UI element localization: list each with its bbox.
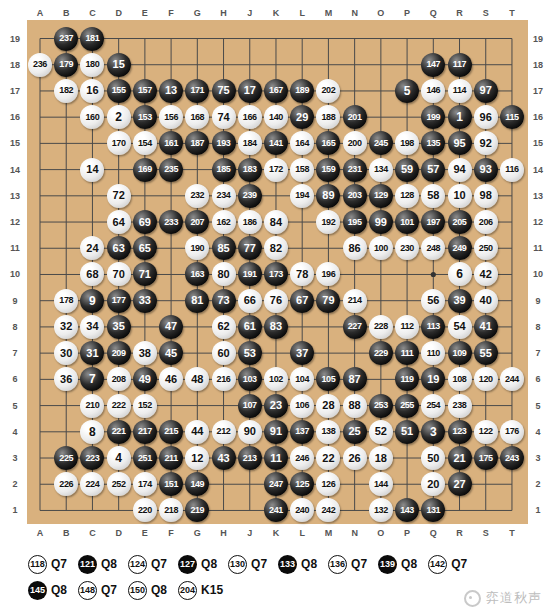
row-label-left-16: 16 bbox=[10, 112, 20, 122]
white-stone-B17: 182 bbox=[54, 79, 78, 103]
go-kifu-diagram: AABBCCDDEEFFGGHHJJKKLLMMNNOOPPQQRRSSTT19… bbox=[0, 0, 550, 615]
row-label-left-2: 2 bbox=[12, 479, 17, 489]
black-stone-J5: 107 bbox=[238, 394, 262, 418]
white-stone-G4: 44 bbox=[185, 420, 209, 444]
black-stone-R11: 249 bbox=[448, 236, 472, 260]
col-label-bottom-G: G bbox=[194, 528, 201, 538]
move-coordinate-204: K15 bbox=[201, 583, 223, 597]
black-stone-B19: 237 bbox=[54, 27, 78, 51]
black-stone-O7: 229 bbox=[369, 341, 393, 365]
col-label-bottom-O: O bbox=[377, 528, 384, 538]
black-stone-D9: 177 bbox=[107, 289, 131, 313]
white-stone-S4: 122 bbox=[474, 420, 498, 444]
row-label-left-6: 6 bbox=[12, 374, 17, 384]
white-stone-D6: 208 bbox=[107, 367, 131, 391]
black-stone-H17: 75 bbox=[212, 79, 236, 103]
row-label-right-10: 10 bbox=[533, 269, 543, 279]
white-stone-A18: 236 bbox=[28, 53, 52, 77]
black-stone-J17: 17 bbox=[238, 79, 262, 103]
white-stone-J12: 186 bbox=[238, 210, 262, 234]
white-stone-J4: 90 bbox=[238, 420, 262, 444]
row-label-left-7: 7 bbox=[12, 348, 17, 358]
white-stone-C5: 210 bbox=[80, 394, 104, 418]
move-coordinate-127: Q8 bbox=[201, 557, 217, 571]
col-label-top-G: G bbox=[194, 8, 201, 18]
col-label-bottom-F: F bbox=[168, 528, 174, 538]
black-stone-N16: 201 bbox=[343, 105, 367, 129]
col-label-bottom-P: P bbox=[404, 528, 410, 538]
white-stone-O2: 144 bbox=[369, 472, 393, 496]
white-stone-H4: 212 bbox=[212, 420, 236, 444]
black-stone-N8: 227 bbox=[343, 315, 367, 339]
row-label-right-15: 15 bbox=[533, 138, 543, 148]
black-stone-E11: 65 bbox=[133, 236, 157, 260]
row-label-right-9: 9 bbox=[535, 296, 540, 306]
white-stone-N9: 214 bbox=[343, 289, 367, 313]
black-stone-N13: 203 bbox=[343, 184, 367, 208]
col-label-bottom-N: N bbox=[351, 528, 358, 538]
row-label-left-3: 3 bbox=[12, 453, 17, 463]
caption-line-1: 118Q7121Q8124Q7127Q8130Q7133Q8136Q7139Q8… bbox=[28, 551, 543, 577]
black-stone-P12: 101 bbox=[395, 210, 419, 234]
white-stone-K9: 76 bbox=[264, 289, 288, 313]
black-stone-B18: 179 bbox=[54, 53, 78, 77]
col-label-top-M: M bbox=[325, 8, 333, 18]
white-stone-N15: 200 bbox=[343, 131, 367, 155]
black-stone-Q14: 57 bbox=[421, 158, 445, 182]
white-stone-S15: 92 bbox=[474, 131, 498, 155]
black-stone-E17: 157 bbox=[133, 79, 157, 103]
black-stone-E16: 153 bbox=[133, 105, 157, 129]
black-stone-D8: 35 bbox=[107, 315, 131, 339]
black-stone-Q18: 147 bbox=[421, 53, 445, 77]
white-stone-S16: 96 bbox=[474, 105, 498, 129]
row-label-right-7: 7 bbox=[535, 348, 540, 358]
watermark-logo-icon bbox=[464, 590, 481, 607]
black-stone-D7: 209 bbox=[107, 341, 131, 365]
col-label-bottom-C: C bbox=[89, 528, 96, 538]
col-label-bottom-B: B bbox=[63, 528, 70, 538]
black-stone-K8: 83 bbox=[264, 315, 288, 339]
col-label-top-A: A bbox=[37, 8, 44, 18]
row-label-right-6: 6 bbox=[535, 374, 540, 384]
row-label-right-5: 5 bbox=[535, 401, 540, 411]
col-label-top-E: E bbox=[142, 8, 148, 18]
move-badge-139: 139 bbox=[378, 555, 397, 574]
move-badge-124: 124 bbox=[128, 555, 147, 574]
row-label-right-2: 2 bbox=[535, 479, 540, 489]
col-label-top-Q: Q bbox=[430, 8, 437, 18]
white-stone-D12: 64 bbox=[107, 210, 131, 234]
white-stone-G13: 232 bbox=[185, 184, 209, 208]
black-stone-J3: 213 bbox=[238, 446, 262, 470]
white-stone-D10: 70 bbox=[107, 262, 131, 286]
black-stone-J8: 61 bbox=[238, 315, 262, 339]
white-stone-Q5: 254 bbox=[421, 394, 445, 418]
white-stone-D2: 252 bbox=[107, 472, 131, 496]
move-badge-118: 118 bbox=[28, 555, 47, 574]
black-stone-P14: 59 bbox=[395, 158, 419, 182]
row-label-left-19: 19 bbox=[10, 34, 20, 44]
white-stone-R10: 6 bbox=[448, 262, 472, 286]
white-stone-S12: 206 bbox=[474, 210, 498, 234]
white-stone-M5: 28 bbox=[316, 394, 340, 418]
move-coordinate-133: Q8 bbox=[301, 557, 317, 571]
row-label-left-17: 17 bbox=[10, 86, 20, 96]
black-stone-E12: 69 bbox=[133, 210, 157, 234]
black-stone-N6: 87 bbox=[343, 367, 367, 391]
row-label-left-8: 8 bbox=[12, 322, 17, 332]
star-point-Q10 bbox=[431, 272, 436, 277]
col-label-top-H: H bbox=[220, 8, 227, 18]
row-label-left-18: 18 bbox=[10, 60, 20, 70]
black-stone-O13: 129 bbox=[369, 184, 393, 208]
white-stone-E2: 174 bbox=[133, 472, 157, 496]
black-stone-D17: 155 bbox=[107, 79, 131, 103]
white-stone-J9: 66 bbox=[238, 289, 262, 313]
move-coordinate-139: Q8 bbox=[401, 557, 417, 571]
white-stone-H6: 216 bbox=[212, 367, 236, 391]
black-stone-H15: 193 bbox=[212, 131, 236, 155]
row-label-right-19: 19 bbox=[533, 34, 543, 44]
move-coordinate-124: Q7 bbox=[151, 557, 167, 571]
col-label-bottom-D: D bbox=[115, 528, 122, 538]
black-stone-O12: 99 bbox=[369, 210, 393, 234]
black-stone-K17: 167 bbox=[264, 79, 288, 103]
black-stone-Q4: 3 bbox=[421, 420, 445, 444]
white-stone-O11: 100 bbox=[369, 236, 393, 260]
col-label-bottom-A: A bbox=[37, 528, 44, 538]
col-label-bottom-J: J bbox=[247, 528, 252, 538]
black-stone-F17: 13 bbox=[159, 79, 183, 103]
black-stone-D4: 221 bbox=[107, 420, 131, 444]
col-label-bottom-H: H bbox=[220, 528, 227, 538]
white-stone-O4: 52 bbox=[369, 420, 393, 444]
col-label-top-K: K bbox=[273, 8, 280, 18]
white-stone-R14: 94 bbox=[448, 158, 472, 182]
row-label-right-18: 18 bbox=[533, 60, 543, 70]
row-label-right-3: 3 bbox=[535, 453, 540, 463]
black-stone-R3: 21 bbox=[448, 446, 472, 470]
move-coordinate-136: Q7 bbox=[351, 557, 367, 571]
row-label-left-9: 9 bbox=[12, 296, 17, 306]
move-badge-145: 145 bbox=[28, 581, 47, 600]
white-stone-N11: 86 bbox=[343, 236, 367, 260]
row-label-right-8: 8 bbox=[535, 322, 540, 332]
white-stone-D5: 222 bbox=[107, 394, 131, 418]
white-stone-L13: 194 bbox=[290, 184, 314, 208]
move-badge-130: 130 bbox=[228, 555, 247, 574]
white-stone-R5: 238 bbox=[448, 394, 472, 418]
black-stone-E9: 33 bbox=[133, 289, 157, 313]
black-stone-S14: 93 bbox=[474, 158, 498, 182]
row-label-left-13: 13 bbox=[10, 191, 20, 201]
move-coordinate-121: Q8 bbox=[101, 557, 117, 571]
white-stone-S11: 250 bbox=[474, 236, 498, 260]
black-stone-F12: 233 bbox=[159, 210, 183, 234]
row-label-right-4: 4 bbox=[535, 427, 540, 437]
black-stone-J7: 53 bbox=[238, 341, 262, 365]
white-stone-R13: 10 bbox=[448, 184, 472, 208]
white-stone-E7: 38 bbox=[133, 341, 157, 365]
white-stone-B8: 32 bbox=[54, 315, 78, 339]
move-badge-136: 136 bbox=[328, 555, 347, 574]
black-stone-R16: 1 bbox=[448, 105, 472, 129]
white-stone-Q9: 56 bbox=[421, 289, 445, 313]
black-stone-P5: 255 bbox=[395, 394, 419, 418]
black-stone-F4: 215 bbox=[159, 420, 183, 444]
white-stone-B9: 178 bbox=[54, 289, 78, 313]
white-stone-D13: 72 bbox=[107, 184, 131, 208]
col-label-bottom-L: L bbox=[299, 528, 305, 538]
move-badge-127: 127 bbox=[178, 555, 197, 574]
white-stone-P13: 128 bbox=[395, 184, 419, 208]
row-label-left-5: 5 bbox=[12, 401, 17, 411]
col-label-bottom-E: E bbox=[142, 528, 148, 538]
col-label-top-P: P bbox=[404, 8, 410, 18]
white-stone-D3: 4 bbox=[107, 446, 131, 470]
black-stone-F14: 235 bbox=[159, 158, 183, 182]
move-badge-121: 121 bbox=[78, 555, 97, 574]
black-stone-R4: 123 bbox=[448, 420, 472, 444]
black-stone-S17: 97 bbox=[474, 79, 498, 103]
white-stone-K16: 140 bbox=[264, 105, 288, 129]
move-coordinate-145: Q8 bbox=[51, 583, 67, 597]
white-stone-R8: 54 bbox=[448, 315, 472, 339]
black-stone-F3: 211 bbox=[159, 446, 183, 470]
col-label-top-T: T bbox=[509, 8, 515, 18]
white-stone-D15: 170 bbox=[107, 131, 131, 155]
white-stone-Q13: 58 bbox=[421, 184, 445, 208]
white-stone-S9: 40 bbox=[474, 289, 498, 313]
col-label-top-C: C bbox=[89, 8, 96, 18]
col-label-bottom-R: R bbox=[456, 528, 463, 538]
white-stone-O8: 228 bbox=[369, 315, 393, 339]
row-label-right-12: 12 bbox=[533, 217, 543, 227]
black-stone-K3: 11 bbox=[264, 446, 288, 470]
black-stone-K5: 23 bbox=[264, 394, 288, 418]
black-stone-F8: 47 bbox=[159, 315, 183, 339]
row-label-left-1: 1 bbox=[12, 505, 17, 515]
white-stone-P8: 112 bbox=[395, 315, 419, 339]
black-stone-M14: 159 bbox=[316, 158, 340, 182]
black-stone-E14: 169 bbox=[133, 158, 157, 182]
white-stone-E5: 152 bbox=[133, 394, 157, 418]
row-label-right-13: 13 bbox=[533, 191, 543, 201]
col-label-top-L: L bbox=[299, 8, 305, 18]
watermark-text: 弈道秋声 bbox=[486, 589, 542, 607]
black-stone-L4: 137 bbox=[290, 420, 314, 444]
white-stone-J15: 184 bbox=[238, 131, 262, 155]
white-stone-J16: 166 bbox=[238, 105, 262, 129]
move-badge-204: 204 bbox=[178, 581, 197, 600]
black-stone-T16: 115 bbox=[500, 105, 524, 129]
white-stone-O3: 18 bbox=[369, 446, 393, 470]
white-stone-D16: 2 bbox=[107, 105, 131, 129]
col-label-top-J: J bbox=[247, 8, 252, 18]
black-stone-L9: 67 bbox=[290, 289, 314, 313]
move-coordinate-130: Q7 bbox=[251, 557, 267, 571]
move-coordinate-148: Q7 bbox=[101, 583, 117, 597]
row-label-right-11: 11 bbox=[533, 243, 543, 253]
row-label-right-16: 16 bbox=[533, 112, 543, 122]
move-badge-148: 148 bbox=[78, 581, 97, 600]
col-label-top-F: F bbox=[168, 8, 174, 18]
white-stone-R17: 114 bbox=[448, 79, 472, 103]
black-stone-M9: 79 bbox=[316, 289, 340, 313]
black-stone-K4: 91 bbox=[264, 420, 288, 444]
col-label-top-O: O bbox=[377, 8, 384, 18]
white-stone-H13: 234 bbox=[212, 184, 236, 208]
white-stone-H8: 62 bbox=[212, 315, 236, 339]
black-stone-R18: 117 bbox=[448, 53, 472, 77]
row-label-right-1: 1 bbox=[535, 505, 540, 515]
black-stone-H9: 73 bbox=[212, 289, 236, 313]
black-stone-D18: 15 bbox=[107, 53, 131, 77]
row-label-left-12: 12 bbox=[10, 217, 20, 227]
black-stone-R2: 27 bbox=[448, 472, 472, 496]
row-label-left-10: 10 bbox=[10, 269, 20, 279]
black-stone-J6: 103 bbox=[238, 367, 262, 391]
move-coordinate-150: Q8 bbox=[151, 583, 167, 597]
black-stone-D11: 63 bbox=[107, 236, 131, 260]
black-stone-J13: 239 bbox=[238, 184, 262, 208]
white-stone-K14: 172 bbox=[264, 158, 288, 182]
move-badge-133: 133 bbox=[278, 555, 297, 574]
col-label-bottom-K: K bbox=[273, 528, 280, 538]
col-label-bottom-T: T bbox=[509, 528, 515, 538]
move-coordinate-118: Q7 bbox=[51, 557, 67, 571]
col-label-bottom-S: S bbox=[483, 528, 489, 538]
col-label-top-S: S bbox=[483, 8, 489, 18]
black-stone-N12: 195 bbox=[343, 210, 367, 234]
black-stone-S3: 175 bbox=[474, 446, 498, 470]
white-stone-S6: 120 bbox=[474, 367, 498, 391]
black-stone-N4: 25 bbox=[343, 420, 367, 444]
col-label-top-B: B bbox=[63, 8, 70, 18]
black-stone-R12: 205 bbox=[448, 210, 472, 234]
black-stone-R9: 39 bbox=[448, 289, 472, 313]
black-stone-N14: 231 bbox=[343, 158, 367, 182]
black-stone-S8: 41 bbox=[474, 315, 498, 339]
white-stone-C14: 14 bbox=[80, 158, 104, 182]
black-stone-R15: 95 bbox=[448, 131, 472, 155]
col-label-bottom-M: M bbox=[325, 528, 333, 538]
watermark: 弈道秋声 bbox=[464, 589, 542, 607]
white-stone-H12: 162 bbox=[212, 210, 236, 234]
move-badge-142: 142 bbox=[428, 555, 447, 574]
black-stone-E3: 251 bbox=[133, 446, 157, 470]
white-stone-S13: 98 bbox=[474, 184, 498, 208]
white-stone-N3: 26 bbox=[343, 446, 367, 470]
white-stone-L14: 158 bbox=[290, 158, 314, 182]
white-stone-L5: 106 bbox=[290, 394, 314, 418]
black-stone-L17: 189 bbox=[290, 79, 314, 103]
black-stone-C9: 9 bbox=[80, 289, 104, 313]
black-stone-O5: 253 bbox=[369, 394, 393, 418]
move-badge-150: 150 bbox=[128, 581, 147, 600]
black-stone-H11: 85 bbox=[212, 236, 236, 260]
white-stone-H16: 74 bbox=[212, 105, 236, 129]
white-stone-C18: 180 bbox=[80, 53, 104, 77]
col-label-top-N: N bbox=[351, 8, 358, 18]
row-label-left-15: 15 bbox=[10, 138, 20, 148]
black-stone-H14: 185 bbox=[212, 158, 236, 182]
white-stone-H10: 80 bbox=[212, 262, 236, 286]
black-stone-R7: 109 bbox=[448, 341, 472, 365]
move-coordinate-142: Q7 bbox=[451, 557, 467, 571]
white-stone-H7: 60 bbox=[212, 341, 236, 365]
black-stone-H3: 43 bbox=[212, 446, 236, 470]
white-stone-T14: 116 bbox=[500, 158, 524, 182]
white-stone-K12: 84 bbox=[264, 210, 288, 234]
col-label-bottom-Q: Q bbox=[430, 528, 437, 538]
black-stone-S7: 55 bbox=[474, 341, 498, 365]
row-label-left-14: 14 bbox=[10, 165, 20, 175]
black-stone-P17: 5 bbox=[395, 79, 419, 103]
black-stone-J11: 77 bbox=[238, 236, 262, 260]
black-stone-G9: 81 bbox=[185, 289, 209, 313]
white-stone-N5: 88 bbox=[343, 394, 367, 418]
row-label-left-4: 4 bbox=[12, 427, 17, 437]
row-label-right-14: 14 bbox=[533, 165, 543, 175]
row-label-right-17: 17 bbox=[533, 86, 543, 96]
black-stone-P4: 51 bbox=[395, 420, 419, 444]
black-stone-J14: 183 bbox=[238, 158, 262, 182]
row-label-left-11: 11 bbox=[10, 243, 20, 253]
white-stone-O14: 134 bbox=[369, 158, 393, 182]
black-stone-E4: 217 bbox=[133, 420, 157, 444]
white-stone-R6: 108 bbox=[448, 367, 472, 391]
white-stone-T4: 176 bbox=[500, 420, 524, 444]
col-label-top-D: D bbox=[115, 8, 122, 18]
black-stone-C19: 181 bbox=[80, 27, 104, 51]
black-stone-T3: 243 bbox=[500, 446, 524, 470]
col-label-top-R: R bbox=[456, 8, 463, 18]
